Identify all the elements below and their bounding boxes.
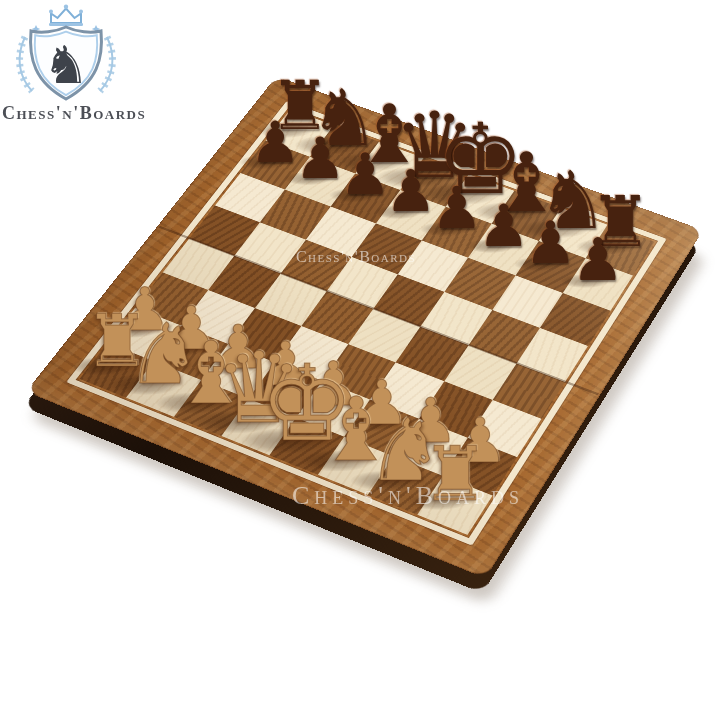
crown-icon: [49, 5, 83, 26]
chess-board: [26, 76, 703, 578]
knight-icon: ♞: [43, 35, 90, 95]
brand-logo-text: Chess'n'Boards: [2, 103, 132, 124]
shield-icon: ♞: [31, 27, 102, 99]
product-photo: ♞ Chess'n'Boards ♜♞♝♛♚♝♞♜♟♟♟♟♟♟♟♟♟♟♟♟♟♟♟…: [0, 0, 720, 720]
brand-logo: ♞ Chess'n'Boards: [2, 4, 132, 124]
brand-emblem: ♞: [5, 4, 129, 102]
